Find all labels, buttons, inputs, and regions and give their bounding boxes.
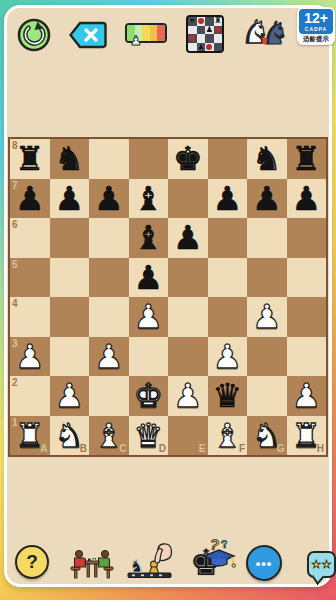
mini-board-cell <box>205 34 214 43</box>
white-knight: ♞ <box>247 416 287 456</box>
square-d5[interactable]: ♟ <box>129 258 169 298</box>
black-rook: ♜ <box>287 139 327 179</box>
square-h6[interactable] <box>287 218 327 258</box>
meter-segment <box>142 25 150 41</box>
black-pawn: ♟ <box>168 218 208 258</box>
square-e1[interactable]: E <box>168 416 208 456</box>
mini-board-cell <box>188 43 197 52</box>
difficulty-meter[interactable]: ♟ <box>125 23 167 53</box>
black-rook: ♜ <box>10 139 50 179</box>
white-queen: ♛ <box>129 416 169 456</box>
mini-board-cell: ♟ <box>197 43 206 52</box>
app-screen: { "game": "chess", "position": { "fen": … <box>0 0 336 600</box>
black-pawn: ♟ <box>247 179 287 219</box>
age-rating-box: 12+ CADPA <box>299 9 333 34</box>
mini-board-cell <box>188 26 197 35</box>
square-e8[interactable]: ♚ <box>168 139 208 179</box>
square-f2[interactable]: ♛ <box>208 376 248 416</box>
ellipsis-icon: ••• <box>256 557 273 570</box>
file-label: D <box>159 443 166 454</box>
square-b3[interactable] <box>50 337 90 377</box>
rank-label: 8 <box>12 140 18 151</box>
pawn-marker-icon: ♟ <box>130 34 142 47</box>
square-b2[interactable]: ♟ <box>50 376 90 416</box>
square-c1[interactable]: C♝ <box>89 416 129 456</box>
black-king: ♚ <box>168 139 208 179</box>
question-mark-icon: ? <box>26 551 38 573</box>
piece-setup-button[interactable]: ♞ <box>127 541 173 581</box>
square-h7[interactable]: ♟ <box>287 179 327 219</box>
play-mode-button[interactable]: ♞ ♞ <box>241 15 287 53</box>
rank-label: 3 <box>12 338 18 349</box>
black-pawn: ♟ <box>10 179 50 219</box>
black-pawn: ♟ <box>89 179 129 219</box>
square-e6[interactable]: ♟ <box>168 218 208 258</box>
square-c3[interactable]: ♟ <box>89 337 129 377</box>
file-label: C <box>119 443 126 454</box>
square-f8[interactable] <box>208 139 248 179</box>
red-dot-icon <box>198 18 204 24</box>
square-b4[interactable] <box>50 297 90 337</box>
square-e2[interactable]: ♟ <box>168 376 208 416</box>
square-h4[interactable] <box>287 297 327 337</box>
square-c2[interactable] <box>89 376 129 416</box>
square-f6[interactable] <box>208 218 248 258</box>
file-label: E <box>199 443 206 454</box>
square-d1[interactable]: D♛ <box>129 416 169 456</box>
age-rating-badge: 12+ CADPA 适龄提示 <box>297 7 335 45</box>
help-button[interactable]: ? <box>15 545 49 579</box>
square-e4[interactable] <box>168 297 208 337</box>
square-d3[interactable] <box>129 337 169 377</box>
mini-board-cell <box>197 17 206 26</box>
black-bishop: ♝ <box>129 218 169 258</box>
svg-text:♞: ♞ <box>129 556 144 576</box>
square-b6[interactable] <box>50 218 90 258</box>
square-h5[interactable] <box>287 258 327 298</box>
meter-segment <box>157 25 165 41</box>
mini-board-cell: ♚ <box>188 17 197 26</box>
square-c4[interactable] <box>89 297 129 337</box>
rank-label: 5 <box>12 259 18 270</box>
white-pawn: ♟ <box>287 376 327 416</box>
learn-button[interactable]: ♚ ? ? <box>184 539 234 583</box>
feedback-button[interactable]: ★★ <box>307 551 336 578</box>
file-label: G <box>277 443 285 454</box>
two-players-icon <box>69 546 115 580</box>
mini-piece-icon: ♚ <box>188 16 197 26</box>
red-dot-icon <box>206 44 212 50</box>
age-rating-value: 12+ <box>299 11 333 26</box>
square-d7[interactable]: ♝ <box>129 179 169 219</box>
square-g2[interactable] <box>247 376 287 416</box>
delete-move-button[interactable] <box>69 21 107 49</box>
red-dot-icon <box>189 35 195 41</box>
square-a2[interactable]: 2 <box>10 376 50 416</box>
black-queen: ♛ <box>208 376 248 416</box>
square-h1[interactable]: H♜ <box>287 416 327 456</box>
hand-placing-piece-icon: ♞ <box>127 541 173 581</box>
square-a5[interactable]: 5 <box>10 258 50 298</box>
square-c7[interactable]: ♟ <box>89 179 129 219</box>
age-rating-label: 适龄提示 <box>300 34 331 43</box>
question-mark-icon: ? <box>220 538 229 551</box>
file-label: H <box>317 443 324 454</box>
square-g1[interactable]: G♞ <box>247 416 287 456</box>
more-options-button[interactable]: ••• <box>246 545 282 581</box>
square-b8[interactable]: ♞ <box>50 139 90 179</box>
restart-button[interactable] <box>17 18 51 52</box>
black-pawn: ♟ <box>287 179 327 219</box>
mini-board-cell: ♟ <box>205 26 214 35</box>
square-f5[interactable] <box>208 258 248 298</box>
square-h3[interactable] <box>287 337 327 377</box>
square-c5[interactable] <box>89 258 129 298</box>
square-f7[interactable]: ♟ <box>208 179 248 219</box>
square-e7[interactable] <box>168 179 208 219</box>
square-f1[interactable]: F♝ <box>208 416 248 456</box>
white-rook: ♜ <box>287 416 327 456</box>
rank-label: 2 <box>12 377 18 388</box>
white-pawn: ♟ <box>50 376 90 416</box>
white-pawn: ♟ <box>208 337 248 377</box>
chess-board: 8♜♞♚♞♜7♟♟♟♝♟♟♟6♝♟5♟4♟♟3♟♟♟2♟♚♟♛♟1A♜B♞C♝D… <box>10 139 326 455</box>
meter-segment <box>150 25 158 41</box>
mini-board-cell <box>197 26 206 35</box>
rank-label: 7 <box>12 180 18 191</box>
white-knight: ♞ <box>50 416 90 456</box>
square-d6[interactable]: ♝ <box>129 218 169 258</box>
mini-board-cell <box>214 26 223 35</box>
square-b7[interactable]: ♟ <box>50 179 90 219</box>
rank-label: 6 <box>12 219 18 230</box>
rank-label: 1 <box>12 417 18 428</box>
mini-board-cell <box>205 43 214 52</box>
square-c8[interactable] <box>89 139 129 179</box>
square-a6[interactable]: 6 <box>10 218 50 258</box>
restart-icon <box>17 18 51 52</box>
square-b1[interactable]: B♞ <box>50 416 90 456</box>
square-g4[interactable]: ♟ <box>247 297 287 337</box>
square-h2[interactable]: ♟ <box>287 376 327 416</box>
white-knight-icon: ♞ <box>241 16 270 48</box>
mini-board-cell <box>214 34 223 43</box>
square-g3[interactable] <box>247 337 287 377</box>
black-pawn: ♟ <box>129 258 169 298</box>
file-label: F <box>239 443 245 454</box>
mini-board-cell: ♜ <box>214 17 223 26</box>
black-bishop: ♝ <box>129 179 169 219</box>
mini-piece-icon: ♜ <box>214 16 223 26</box>
white-bishop: ♝ <box>89 416 129 456</box>
square-h8[interactable]: ♜ <box>287 139 327 179</box>
square-g5[interactable] <box>247 258 287 298</box>
square-c6[interactable] <box>89 218 129 258</box>
square-d4[interactable]: ♟ <box>129 297 169 337</box>
white-pawn: ♟ <box>10 337 50 377</box>
rank-label: 4 <box>12 298 18 309</box>
black-pawn: ♟ <box>50 179 90 219</box>
black-knight: ♞ <box>247 139 287 179</box>
black-knight: ♞ <box>50 139 90 179</box>
white-bishop: ♝ <box>208 416 248 456</box>
square-b5[interactable] <box>50 258 90 298</box>
mini-piece-icon: ♟ <box>205 25 214 35</box>
age-rating-org: CADPA <box>299 26 333 33</box>
file-label: B <box>80 443 87 454</box>
square-d8[interactable] <box>129 139 169 179</box>
mini-board-cell <box>188 34 197 43</box>
square-f3[interactable]: ♟ <box>208 337 248 377</box>
square-f4[interactable] <box>208 297 248 337</box>
square-g6[interactable] <box>247 218 287 258</box>
backspace-delete-icon <box>69 21 107 49</box>
black-pawn: ♟ <box>208 179 248 219</box>
square-e3[interactable] <box>168 337 208 377</box>
puzzle-mode-button[interactable]: ♚♜♟♟ <box>186 15 224 53</box>
square-g8[interactable]: ♞ <box>247 139 287 179</box>
square-a3[interactable]: 3♟ <box>10 337 50 377</box>
square-g7[interactable]: ♟ <box>247 179 287 219</box>
stars-icon: ★★ <box>311 558 332 571</box>
red-dot-icon <box>215 27 221 33</box>
square-e5[interactable] <box>168 258 208 298</box>
white-rook: ♜ <box>10 416 50 456</box>
file-label: A <box>40 443 47 454</box>
mini-board-cell <box>214 43 223 52</box>
square-a1[interactable]: 1A♜ <box>10 416 50 456</box>
local-multiplayer-button[interactable] <box>69 546 115 580</box>
white-pawn: ♟ <box>247 297 287 337</box>
white-pawn: ♟ <box>129 297 169 337</box>
white-pawn: ♟ <box>89 337 129 377</box>
square-a8[interactable]: 8♜ <box>10 139 50 179</box>
graduation-cap-icon <box>202 547 236 569</box>
mini-piece-icon: ♟ <box>197 42 206 52</box>
square-d2[interactable]: ♚ <box>129 376 169 416</box>
square-a7[interactable]: 7♟ <box>10 179 50 219</box>
white-king: ♚ <box>129 376 169 416</box>
square-a4[interactable]: 4 <box>10 297 50 337</box>
white-pawn: ♟ <box>168 376 208 416</box>
